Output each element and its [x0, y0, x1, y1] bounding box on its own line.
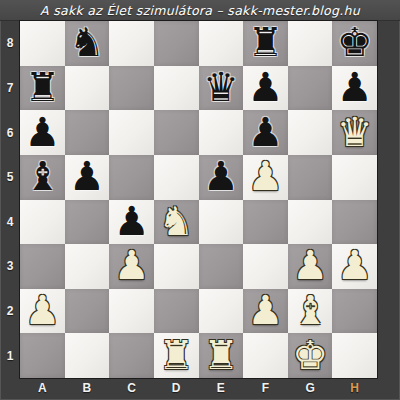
square-b2[interactable]	[65, 289, 110, 334]
black-pawn-icon[interactable]: ♟	[69, 156, 105, 196]
square-d7[interactable]	[154, 66, 199, 111]
square-e1[interactable]: ♜	[199, 333, 244, 378]
square-c5[interactable]	[109, 155, 154, 200]
square-d2[interactable]	[154, 289, 199, 334]
square-c4[interactable]: ♟	[109, 200, 154, 245]
square-e3[interactable]	[199, 244, 244, 289]
square-e5[interactable]: ♟	[199, 155, 244, 200]
white-knight-icon[interactable]: ♞	[158, 201, 194, 241]
white-pawn-icon[interactable]: ♟	[337, 245, 373, 285]
square-g6[interactable]	[288, 110, 333, 155]
rank-label-3: 3	[0, 244, 20, 289]
square-d3[interactable]	[154, 244, 199, 289]
square-d1[interactable]: ♜	[154, 333, 199, 378]
square-a2[interactable]: ♟	[20, 289, 65, 334]
square-h7[interactable]: ♟	[332, 66, 377, 111]
white-rook-icon[interactable]: ♜	[203, 335, 239, 375]
square-e7[interactable]: ♛	[199, 66, 244, 111]
black-bishop-icon[interactable]: ♝	[24, 156, 60, 196]
square-c6[interactable]	[109, 110, 154, 155]
square-a4[interactable]	[20, 200, 65, 245]
square-d6[interactable]	[154, 110, 199, 155]
rank-label-5: 5	[0, 155, 20, 200]
square-b6[interactable]	[65, 110, 110, 155]
square-a6[interactable]: ♟	[20, 110, 65, 155]
square-f3[interactable]	[243, 244, 288, 289]
file-label-g: G	[288, 379, 333, 397]
square-g1[interactable]: ♚	[288, 333, 333, 378]
square-d4[interactable]: ♞	[154, 200, 199, 245]
square-f8[interactable]: ♜	[243, 21, 288, 66]
square-h1[interactable]	[332, 333, 377, 378]
square-h3[interactable]: ♟	[332, 244, 377, 289]
square-c1[interactable]	[109, 333, 154, 378]
square-g8[interactable]	[288, 21, 333, 66]
rank-label-7: 7	[0, 66, 20, 111]
chess-board: ♞♜♚♜♛♟♟♟♟♛♝♟♟♟♟♞♟♟♟♟♟♝♜♜♚	[20, 21, 377, 378]
square-g7[interactable]	[288, 66, 333, 111]
black-rook-icon[interactable]: ♜	[24, 67, 60, 107]
black-queen-icon[interactable]: ♛	[203, 67, 239, 107]
square-h2[interactable]	[332, 289, 377, 334]
square-h4[interactable]	[332, 200, 377, 245]
square-h8[interactable]: ♚	[332, 21, 377, 66]
black-pawn-icon[interactable]: ♟	[24, 112, 60, 152]
square-a1[interactable]	[20, 333, 65, 378]
square-c7[interactable]	[109, 66, 154, 111]
white-king-icon[interactable]: ♚	[292, 335, 328, 375]
square-e2[interactable]	[199, 289, 244, 334]
rank-label-2: 2	[0, 289, 20, 334]
square-f2[interactable]: ♟	[243, 289, 288, 334]
white-pawn-icon[interactable]: ♟	[292, 245, 328, 285]
square-f1[interactable]	[243, 333, 288, 378]
black-knight-icon[interactable]: ♞	[69, 22, 105, 62]
file-label-b: B	[65, 379, 110, 397]
black-king-icon[interactable]: ♚	[337, 22, 373, 62]
square-d8[interactable]	[154, 21, 199, 66]
rank-labels: 87654321	[0, 21, 20, 378]
square-c2[interactable]	[109, 289, 154, 334]
white-queen-icon[interactable]: ♛	[337, 112, 373, 152]
page-title: A sakk az Élet szimulátora – sakk-mester…	[40, 3, 360, 18]
rank-label-1: 1	[0, 333, 20, 378]
chess-diagram: A sakk az Élet szimulátora – sakk-mester…	[0, 0, 400, 400]
square-b3[interactable]	[65, 244, 110, 289]
black-pawn-icon[interactable]: ♟	[203, 156, 239, 196]
square-a7[interactable]: ♜	[20, 66, 65, 111]
square-e6[interactable]	[199, 110, 244, 155]
file-labels: ABCDEFGH	[20, 379, 377, 397]
file-label-a: A	[20, 379, 65, 397]
square-b7[interactable]	[65, 66, 110, 111]
square-f5[interactable]: ♟	[243, 155, 288, 200]
rank-label-4: 4	[0, 200, 20, 245]
black-pawn-icon[interactable]: ♟	[248, 112, 284, 152]
square-b5[interactable]: ♟	[65, 155, 110, 200]
square-b8[interactable]: ♞	[65, 21, 110, 66]
file-label-f: F	[243, 379, 288, 397]
square-g2[interactable]: ♝	[288, 289, 333, 334]
title-bar: A sakk az Élet szimulátora – sakk-mester…	[0, 0, 400, 21]
square-c3[interactable]: ♟	[109, 244, 154, 289]
square-f7[interactable]: ♟	[243, 66, 288, 111]
rank-label-8: 8	[0, 21, 20, 66]
white-pawn-icon[interactable]: ♟	[114, 245, 150, 285]
square-g5[interactable]	[288, 155, 333, 200]
white-pawn-icon[interactable]: ♟	[248, 156, 284, 196]
white-pawn-icon[interactable]: ♟	[24, 290, 60, 330]
square-d5[interactable]	[154, 155, 199, 200]
square-f6[interactable]: ♟	[243, 110, 288, 155]
black-pawn-icon[interactable]: ♟	[114, 201, 150, 241]
square-c8[interactable]	[109, 21, 154, 66]
square-e4[interactable]	[199, 200, 244, 245]
square-a5[interactable]: ♝	[20, 155, 65, 200]
file-label-d: D	[154, 379, 199, 397]
square-h5[interactable]	[332, 155, 377, 200]
white-bishop-icon[interactable]: ♝	[292, 290, 328, 330]
square-g4[interactable]	[288, 200, 333, 245]
square-a3[interactable]	[20, 244, 65, 289]
rank-label-6: 6	[0, 110, 20, 155]
file-label-c: C	[109, 379, 154, 397]
black-pawn-icon[interactable]: ♟	[248, 67, 284, 107]
square-h6[interactable]: ♛	[332, 110, 377, 155]
file-label-h: H	[332, 379, 377, 397]
square-g3[interactable]: ♟	[288, 244, 333, 289]
black-pawn-icon[interactable]: ♟	[337, 67, 373, 107]
black-rook-icon[interactable]: ♜	[248, 22, 284, 62]
square-e8[interactable]	[199, 21, 244, 66]
file-label-e: E	[199, 379, 244, 397]
square-b1[interactable]	[65, 333, 110, 378]
square-f4[interactable]	[243, 200, 288, 245]
square-a8[interactable]	[20, 21, 65, 66]
white-rook-icon[interactable]: ♜	[158, 335, 194, 375]
white-pawn-icon[interactable]: ♟	[248, 290, 284, 330]
square-b4[interactable]	[65, 200, 110, 245]
